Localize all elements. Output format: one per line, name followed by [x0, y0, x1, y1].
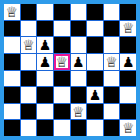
square-e2[interactable]: ♕ — [71, 104, 87, 120]
square-c3[interactable] — [37, 87, 53, 103]
white-queen-icon: ♕ — [105, 54, 118, 68]
square-c1[interactable] — [37, 120, 53, 136]
square-h4[interactable] — [120, 71, 136, 87]
square-e4[interactable] — [71, 71, 87, 87]
white-queen-icon: ♕ — [72, 104, 85, 118]
square-b6[interactable]: ♕ — [21, 37, 37, 53]
square-h3[interactable] — [120, 87, 136, 103]
square-f8[interactable] — [87, 4, 103, 20]
square-f1[interactable] — [87, 120, 103, 136]
square-g3[interactable] — [104, 87, 120, 103]
chess-board-frame: ♕♕♕♟♟♕♟♕♟♟♕♕ — [0, 0, 140, 140]
square-e8[interactable] — [71, 4, 87, 20]
square-d1[interactable] — [54, 120, 70, 136]
black-pawn-icon: ♟ — [39, 38, 52, 52]
white-queen-icon: ♕ — [122, 121, 135, 135]
square-g6[interactable] — [104, 37, 120, 53]
square-d7[interactable] — [54, 21, 70, 37]
square-c4[interactable] — [37, 71, 53, 87]
square-b1[interactable] — [21, 120, 37, 136]
square-b5[interactable] — [21, 54, 37, 70]
chess-board: ♕♕♕♟♟♕♟♕♟♟♕♕ — [4, 4, 136, 136]
white-queen-icon: ♕ — [55, 54, 68, 68]
square-f6[interactable] — [87, 37, 103, 53]
square-c5[interactable]: ♟ — [37, 54, 53, 70]
square-b7[interactable] — [21, 21, 37, 37]
square-a8[interactable]: ♕ — [4, 4, 20, 20]
square-c2[interactable] — [37, 104, 53, 120]
square-f5[interactable] — [87, 54, 103, 70]
square-d2[interactable] — [54, 104, 70, 120]
square-a2[interactable] — [4, 104, 20, 120]
square-e1[interactable] — [71, 120, 87, 136]
square-b8[interactable] — [21, 4, 37, 20]
square-f3[interactable]: ♟ — [87, 87, 103, 103]
black-pawn-icon: ♟ — [39, 54, 52, 68]
square-g4[interactable] — [104, 71, 120, 87]
square-d4[interactable] — [54, 71, 70, 87]
square-a7[interactable] — [4, 21, 20, 37]
square-h6[interactable] — [120, 37, 136, 53]
square-h7[interactable]: ♕ — [120, 21, 136, 37]
square-c8[interactable] — [37, 4, 53, 20]
square-g8[interactable] — [104, 4, 120, 20]
square-a4[interactable] — [4, 71, 20, 87]
square-e7[interactable] — [71, 21, 87, 37]
white-queen-icon: ♕ — [122, 21, 135, 35]
white-queen-icon: ♕ — [6, 4, 19, 18]
square-e5[interactable]: ♟ — [71, 54, 87, 70]
square-c6[interactable]: ♟ — [37, 37, 53, 53]
square-b2[interactable] — [21, 104, 37, 120]
square-d3[interactable] — [54, 87, 70, 103]
black-pawn-icon: ♟ — [122, 54, 135, 68]
white-queen-icon: ♕ — [22, 38, 35, 52]
square-h2[interactable] — [120, 104, 136, 120]
square-g2[interactable] — [104, 104, 120, 120]
square-e3[interactable] — [71, 87, 87, 103]
square-g5[interactable]: ♕ — [104, 54, 120, 70]
square-h1[interactable]: ♕ — [120, 120, 136, 136]
square-h5[interactable]: ♟ — [120, 54, 136, 70]
square-d6[interactable] — [54, 37, 70, 53]
square-g7[interactable] — [104, 21, 120, 37]
square-a1[interactable] — [4, 120, 20, 136]
black-pawn-icon: ♟ — [89, 87, 102, 101]
square-f2[interactable] — [87, 104, 103, 120]
square-h8[interactable] — [120, 4, 136, 20]
square-b3[interactable] — [21, 87, 37, 103]
black-pawn-icon: ♟ — [72, 54, 85, 68]
square-d5[interactable]: ♕ — [54, 54, 70, 70]
square-f4[interactable] — [87, 71, 103, 87]
square-b4[interactable] — [21, 71, 37, 87]
square-c7[interactable] — [37, 21, 53, 37]
square-g1[interactable] — [104, 120, 120, 136]
square-a5[interactable] — [4, 54, 20, 70]
square-a3[interactable] — [4, 87, 20, 103]
square-d8[interactable] — [54, 4, 70, 20]
square-f7[interactable] — [87, 21, 103, 37]
square-a6[interactable] — [4, 37, 20, 53]
square-e6[interactable] — [71, 37, 87, 53]
